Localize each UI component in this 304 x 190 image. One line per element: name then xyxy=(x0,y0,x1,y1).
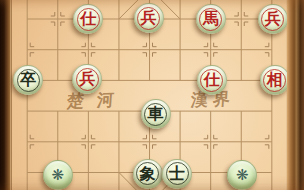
piece-glyph-red-elephant: 相 xyxy=(267,65,283,95)
piece-glyph-red-soldier: 兵 xyxy=(265,4,281,34)
piece-glyph-hidden-piece: ❋ xyxy=(236,160,249,190)
piece-hidden-piece-b8[interactable]: ❋ xyxy=(43,160,73,190)
piece-black-chariot-e6[interactable]: 車 xyxy=(141,99,171,129)
piece-red-horse-g3[interactable]: 馬 xyxy=(196,4,226,34)
piece-glyph-red-soldier: 兵 xyxy=(141,3,157,33)
piece-glyph-black-chariot: 車 xyxy=(148,99,164,129)
piece-red-advisor-g5[interactable]: 仕 xyxy=(197,65,227,95)
piece-red-soldier-i3[interactable]: 兵 xyxy=(258,4,288,34)
piece-glyph-hidden-piece: ❋ xyxy=(51,160,64,190)
piece-glyph-black-elephant: 象 xyxy=(140,159,156,189)
piece-black-elephant-e8[interactable]: 象 xyxy=(133,159,163,189)
xiangqi-board: 楚河 漢界 仕兵馬兵卒兵仕相車象士❋❋ xyxy=(0,0,304,190)
piece-glyph-red-horse: 馬 xyxy=(203,4,219,34)
piece-hidden-piece-h8[interactable]: ❋ xyxy=(227,160,257,190)
piece-glyph-red-advisor: 仕 xyxy=(80,4,96,34)
piece-black-advisor-f8[interactable]: 士 xyxy=(162,159,192,189)
piece-glyph-red-soldier: 兵 xyxy=(79,64,95,94)
piece-glyph-red-advisor: 仕 xyxy=(204,65,220,95)
piece-red-soldier-e3[interactable]: 兵 xyxy=(134,3,164,33)
piece-glyph-black-advisor: 士 xyxy=(169,159,185,189)
piece-glyph-black-soldier: 卒 xyxy=(20,65,36,95)
